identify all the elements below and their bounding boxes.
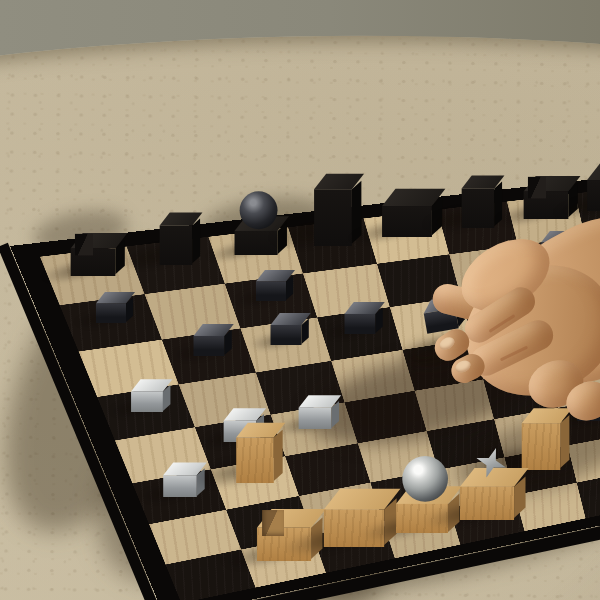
white-king-e1[interactable] — [460, 468, 514, 520]
black-pawn-c7[interactable] — [256, 270, 286, 301]
black-bishop-f8[interactable] — [461, 175, 494, 227]
white-pawn-c4[interactable] — [298, 395, 331, 429]
white-bishop-f2[interactable] — [522, 408, 561, 470]
knight-notch — [528, 177, 546, 198]
knight-notch — [75, 233, 93, 254]
black-pawn-c6[interactable] — [271, 313, 302, 345]
black-knight-a8[interactable] — [70, 233, 115, 276]
white-bishop-b3[interactable] — [237, 423, 275, 483]
black-king-d8[interactable] — [314, 174, 352, 246]
knight-notch — [262, 510, 284, 536]
white-queen-sphere — [402, 456, 448, 502]
black-pawn-a7[interactable] — [96, 292, 126, 323]
white-pawn-a5[interactable] — [131, 379, 163, 412]
black-pawn-d6[interactable] — [345, 302, 376, 334]
black-pawn-b6[interactable] — [194, 324, 225, 356]
black-bishop-b8[interactable] — [160, 213, 193, 265]
photo-scene — [0, 0, 600, 600]
black-rook-h8[interactable] — [587, 163, 600, 211]
